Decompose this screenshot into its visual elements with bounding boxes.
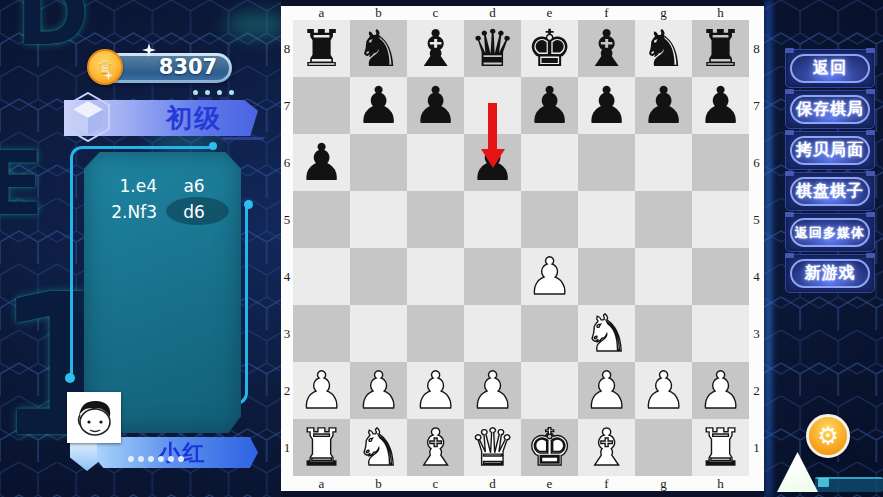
file-label-b: b (350, 476, 407, 491)
square-c1[interactable]: ♝ (407, 419, 464, 476)
square-f8[interactable]: ♝ (578, 20, 635, 77)
square-d2[interactable]: ♟ (464, 362, 521, 419)
square-h8[interactable]: ♜ (692, 20, 749, 77)
file-label-f: f (578, 6, 635, 20)
file-label-g: g (635, 6, 692, 20)
square-f5[interactable] (578, 191, 635, 248)
coin-count: 8307 (150, 55, 226, 79)
move-white: 2.Nf3 (95, 202, 157, 222)
piece-white-pawn: ♟ (299, 362, 345, 419)
square-e5[interactable] (521, 191, 578, 248)
back-to-media-button[interactable]: 返回多媒体 (790, 218, 870, 247)
square-g5[interactable] (635, 191, 692, 248)
settings-button[interactable]: ⚙ (806, 414, 850, 458)
rank-label-8: 8 (281, 20, 293, 77)
square-f3[interactable]: ♞ (578, 305, 635, 362)
square-b8[interactable]: ♞ (350, 20, 407, 77)
piece-white-pawn: ♟ (470, 362, 516, 419)
panel-border-dot (65, 373, 75, 383)
piece-white-pawn: ♟ (356, 362, 402, 419)
square-e2[interactable] (521, 362, 578, 419)
square-h1[interactable]: ♜ (692, 419, 749, 476)
piece-white-pawn: ♟ (698, 362, 744, 419)
square-a6[interactable]: ♟ (293, 134, 350, 191)
board-corner (749, 476, 764, 491)
corner-teal-decoration (818, 478, 829, 487)
move-arrow-head (481, 149, 505, 168)
square-a1[interactable]: ♜ (293, 419, 350, 476)
square-c6[interactable] (407, 134, 464, 191)
button-frame: 拷贝局面 (785, 131, 875, 170)
square-b4[interactable] (350, 248, 407, 305)
banner-dash (198, 97, 212, 100)
coin-icon: ♛ (87, 49, 123, 85)
file-label-f: f (578, 476, 635, 491)
square-f6[interactable] (578, 134, 635, 191)
piece-white-rook: ♜ (299, 419, 345, 476)
square-a2[interactable]: ♟ (293, 362, 350, 419)
square-g7[interactable]: ♟ (635, 77, 692, 134)
square-h7[interactable]: ♟ (692, 77, 749, 134)
square-e6[interactable] (521, 134, 578, 191)
chess-board: abcdefgh8♜♞♝♛♚♝♞♜87♟♟♟♟♟♟76♟♟6554♟43♞32♟… (281, 6, 764, 491)
piece-black-pawn: ♟ (356, 77, 402, 134)
piece-black-bishop: ♝ (584, 20, 630, 77)
square-h6[interactable] (692, 134, 749, 191)
piece-black-queen: ♛ (470, 20, 516, 77)
square-b2[interactable]: ♟ (350, 362, 407, 419)
square-e8[interactable]: ♚ (521, 20, 578, 77)
square-a5[interactable] (293, 191, 350, 248)
dot-decoration (138, 456, 144, 462)
rank-label-3: 3 (281, 305, 293, 362)
square-b6[interactable] (350, 134, 407, 191)
file-label-h: h (692, 476, 749, 491)
square-b7[interactable]: ♟ (350, 77, 407, 134)
avatar (67, 392, 121, 443)
rank-label-2: 2 (749, 362, 764, 419)
square-b3[interactable] (350, 305, 407, 362)
square-g3[interactable] (635, 305, 692, 362)
piece-white-knight: ♞ (356, 419, 402, 476)
dot-decoration (128, 456, 134, 462)
save-game-button[interactable]: 保存棋局 (790, 95, 870, 124)
file-label-e: e (521, 6, 578, 20)
file-label-d: d (464, 6, 521, 20)
player-name-banner: 小红 (97, 437, 258, 468)
piece-black-pawn: ♟ (413, 77, 459, 134)
piece-black-pawn: ♟ (584, 77, 630, 134)
piece-white-pawn: ♟ (584, 362, 630, 419)
move-white: 1.e4 (95, 176, 157, 196)
banner-underline (221, 137, 265, 140)
rank-label-7: 7 (281, 77, 293, 134)
glow-decoration (225, 12, 289, 38)
piece-black-pawn: ♟ (299, 134, 345, 191)
piece-black-knight: ♞ (641, 20, 687, 77)
piece-black-rook: ♜ (299, 20, 345, 77)
board-corner (749, 6, 764, 20)
piece-black-pawn: ♟ (527, 77, 573, 134)
player-name: 小红 (149, 438, 207, 468)
square-d1[interactable]: ♛ (464, 419, 521, 476)
dot-decoration (217, 90, 222, 95)
rank-label-6: 6 (749, 134, 764, 191)
piece-white-king: ♚ (527, 419, 573, 476)
square-e7[interactable]: ♟ (521, 77, 578, 134)
board-grid: abcdefgh8♜♞♝♛♚♝♞♜87♟♟♟♟♟♟76♟♟6554♟43♞32♟… (281, 6, 764, 491)
panel-border-dot (244, 200, 253, 209)
square-h4[interactable] (692, 248, 749, 305)
rank-label-4: 4 (281, 248, 293, 305)
avatar-image (67, 392, 121, 443)
move-arrow-shaft (488, 103, 497, 149)
piece-black-king: ♚ (527, 20, 573, 77)
rank-label-2: 2 (281, 362, 293, 419)
square-b1[interactable]: ♞ (350, 419, 407, 476)
piece-black-bishop: ♝ (413, 20, 459, 77)
button-frame: 返回 (785, 49, 875, 88)
move-black: a6 (165, 176, 223, 196)
piece-black-pawn: ♟ (698, 77, 744, 134)
copy-position-button[interactable]: 拷贝局面 (790, 136, 870, 165)
square-a4[interactable] (293, 248, 350, 305)
rank-label-5: 5 (281, 191, 293, 248)
square-h2[interactable]: ♟ (692, 362, 749, 419)
square-d3[interactable] (464, 305, 521, 362)
move-row: 1.e4 a6 (95, 176, 230, 196)
button-frame: 返回多媒体 (785, 213, 875, 252)
piece-white-pawn: ♟ (413, 362, 459, 419)
square-d8[interactable]: ♛ (464, 20, 521, 77)
square-g4[interactable] (635, 248, 692, 305)
move-black: d6 (165, 202, 223, 222)
file-label-a: a (293, 6, 350, 20)
rank-label-6: 6 (281, 134, 293, 191)
square-e4[interactable]: ♟ (521, 248, 578, 305)
rank-label-1: 1 (749, 419, 764, 476)
square-c7[interactable]: ♟ (407, 77, 464, 134)
back-button[interactable]: 返回 (790, 54, 870, 83)
piece-white-knight: ♞ (584, 305, 630, 362)
piece-white-bishop: ♝ (413, 419, 459, 476)
square-b5[interactable] (350, 191, 407, 248)
square-a7[interactable] (293, 77, 350, 134)
button-frame: 保存棋局 (785, 90, 875, 129)
board-corner (281, 6, 293, 20)
new-game-button[interactable]: 新游戏 (790, 259, 870, 288)
square-h5[interactable] (692, 191, 749, 248)
gear-icon: ⚙ (817, 424, 839, 448)
piece-black-rook: ♜ (698, 20, 744, 77)
dot-decoration (178, 456, 184, 462)
piece-white-queen: ♛ (470, 419, 516, 476)
board-corner (281, 476, 293, 491)
file-label-b: b (350, 6, 407, 20)
board-pieces-button[interactable]: 棋盘棋子 (790, 177, 870, 206)
piece-white-pawn: ♟ (527, 248, 573, 305)
square-a3[interactable] (293, 305, 350, 362)
file-label-c: c (407, 6, 464, 20)
cube-icon (64, 92, 112, 146)
dot-decoration (158, 456, 164, 462)
square-c3[interactable] (407, 305, 464, 362)
square-g6[interactable] (635, 134, 692, 191)
piece-white-bishop: ♝ (584, 419, 630, 476)
rank-label-3: 3 (749, 305, 764, 362)
square-f2[interactable]: ♟ (578, 362, 635, 419)
piece-black-knight: ♞ (356, 20, 402, 77)
square-f7[interactable]: ♟ (578, 77, 635, 134)
square-g8[interactable]: ♞ (635, 20, 692, 77)
square-h3[interactable] (692, 305, 749, 362)
file-label-h: h (692, 6, 749, 20)
button-frame: 棋盘棋子 (785, 172, 875, 211)
button-frame: 新游戏 (785, 254, 875, 293)
rank-label-1: 1 (281, 419, 293, 476)
square-c4[interactable] (407, 248, 464, 305)
move-row: 2.Nf3 d6 (95, 202, 230, 222)
glow-strip (766, 0, 771, 497)
background-letter: D (16, 0, 89, 58)
square-g1[interactable] (635, 419, 692, 476)
dot-decoration (205, 90, 210, 95)
piece-black-pawn: ♟ (641, 77, 687, 134)
dot-decoration (229, 90, 234, 95)
file-label-e: e (521, 476, 578, 491)
rank-label-7: 7 (749, 77, 764, 134)
file-label-a: a (293, 476, 350, 491)
piece-white-pawn: ♟ (641, 362, 687, 419)
square-a8[interactable]: ♜ (293, 20, 350, 77)
square-c2[interactable]: ♟ (407, 362, 464, 419)
background-letter: E (0, 140, 44, 228)
square-d5[interactable] (464, 191, 521, 248)
panel-border-dot (209, 142, 217, 150)
banner-dash (220, 97, 229, 100)
square-f4[interactable] (578, 248, 635, 305)
piece-white-rook: ♜ (698, 419, 744, 476)
square-e1[interactable]: ♚ (521, 419, 578, 476)
square-e3[interactable] (521, 305, 578, 362)
game-screen: D E 1 8307 ♛ 初级 1.e4 a6 (0, 0, 883, 497)
dot-decoration (193, 90, 198, 95)
file-label-c: c (407, 476, 464, 491)
square-d4[interactable] (464, 248, 521, 305)
dot-decoration (168, 456, 174, 462)
square-c5[interactable] (407, 191, 464, 248)
crown-icon: ♛ (97, 57, 112, 77)
rank-label-4: 4 (749, 248, 764, 305)
rank-label-8: 8 (749, 20, 764, 77)
file-label-g: g (635, 476, 692, 491)
dot-decoration (148, 456, 154, 462)
file-label-d: d (464, 476, 521, 491)
square-g2[interactable]: ♟ (635, 362, 692, 419)
square-c8[interactable]: ♝ (407, 20, 464, 77)
rank-label-5: 5 (749, 191, 764, 248)
square-f1[interactable]: ♝ (578, 419, 635, 476)
coin-counter[interactable]: 8307 ♛ (92, 53, 232, 83)
